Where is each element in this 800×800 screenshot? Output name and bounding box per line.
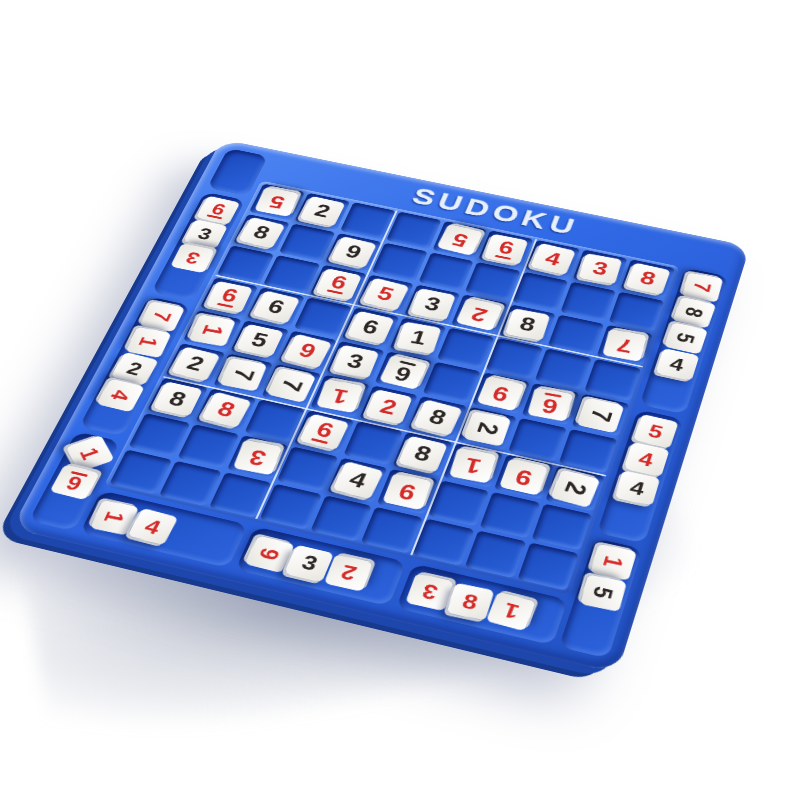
number-tile-6[interactable]: 6 [315,268,362,300]
tile-digit: 7 [277,377,305,393]
number-tile-2[interactable]: 2 [463,411,511,447]
tile-digit: 5 [674,331,698,344]
number-tile-8[interactable]: 8 [413,400,463,437]
tile-digit: 1 [600,554,626,569]
tile-digit: 6 [328,274,349,292]
number-tile-3[interactable]: 3 [331,344,379,378]
tile-digit: 2 [312,202,333,220]
tile-digit: 7 [150,310,174,323]
tile-digit: 2 [474,421,502,437]
tile-digit: 7 [691,281,714,293]
number-tile-2[interactable]: 2 [550,469,601,508]
grid-cell-r2c2[interactable] [279,223,335,261]
tile-digit: 2 [561,480,590,497]
number-tile-8[interactable]: 8 [398,436,448,473]
tile-digit: 1 [329,386,350,406]
number-tile-3[interactable]: 3 [409,288,456,321]
tile-digit: 3 [345,351,366,370]
tile-digit: 4 [142,516,164,536]
tile-digit: 2 [339,562,359,582]
tile-digit: 7 [615,336,634,355]
number-tile-6[interactable]: 6 [298,414,349,451]
tile-digit: 6 [392,363,414,383]
tile-digit: 8 [460,591,480,611]
tile-digit: 8 [426,408,449,429]
number-tile-4[interactable]: 4 [530,243,576,275]
number-tile-5[interactable]: 5 [254,187,299,217]
number-tile-3[interactable]: 3 [578,253,622,284]
tile-digit: 2 [378,397,400,417]
number-tile-8[interactable]: 8 [237,217,285,249]
tile-digit: 5 [267,193,287,210]
tile-digit: 4 [107,388,132,402]
tile-digit: 4 [637,450,656,469]
number-tile-1[interactable]: 1 [188,314,236,347]
number-tile-8[interactable]: 8 [446,582,495,620]
number-tile-6[interactable]: 6 [528,387,574,421]
number-tile-5[interactable]: 5 [361,277,409,311]
number-tile-3[interactable]: 3 [405,573,454,611]
grid-cell-r5c9[interactable]: 7 [572,394,630,437]
grid-cell-r1c9[interactable]: 8 [621,259,675,298]
tile-digit: 5 [374,285,396,304]
grid-cell-r2c8[interactable] [561,282,616,322]
number-tile-3[interactable]: 3 [170,243,215,273]
number-tile-7[interactable]: 7 [266,368,316,403]
grid-cell-r5c8[interactable]: 6 [522,383,580,426]
tile-digit: 1 [77,445,103,461]
tile-digit: 1 [463,455,484,476]
number-tile-6[interactable]: 6 [346,310,394,344]
tile-digit: 6 [497,239,517,257]
tile-digit: 5 [449,231,470,249]
number-tile-7[interactable]: 7 [219,358,268,392]
grid-cell-r8c5[interactable]: 4 [327,458,388,503]
tile-digit: 8 [251,224,273,242]
tile-digit: 4 [543,250,563,268]
number-tile-6[interactable]: 6 [484,234,529,265]
tile-digit: 6 [209,201,228,217]
number-tile-2[interactable]: 2 [170,347,220,382]
tile-digit: 2 [124,360,145,378]
tile-digit: 9 [397,481,419,502]
tile-digit: 6 [219,286,240,305]
number-tile-9[interactable]: 9 [383,473,433,510]
grid-cell-r5c5[interactable]: 6 [374,351,432,393]
number-tile-1[interactable]: 1 [486,591,536,631]
number-tile-4[interactable]: 4 [614,470,660,506]
number-tile-8[interactable]: 8 [505,308,551,341]
tile-digit: 1 [500,600,521,621]
tile-digit: 8 [214,400,238,421]
tile-digit: 7 [587,407,615,423]
number-tile-2[interactable]: 2 [324,554,373,592]
number-tile-6[interactable]: 6 [379,354,428,389]
number-tile-1[interactable]: 1 [316,379,364,413]
tile-digit: 6 [63,474,85,493]
tile-digit: 1 [199,323,226,337]
tile-digit: 6 [360,318,382,337]
tile-digit: 9 [342,243,363,261]
tile-digit: 8 [518,315,538,334]
tile-digit: 6 [265,297,287,316]
number-tile-9[interactable]: 9 [477,376,526,412]
grid-cell-r8c9[interactable] [532,504,592,551]
number-tile-6[interactable]: 6 [205,281,253,313]
tile-digit: 6 [313,420,336,441]
tile-digit: 5 [249,331,271,350]
grid-cell-r1c2[interactable]: 2 [294,193,349,230]
grid-cell-r9c5[interactable] [310,495,372,541]
tile-digit: 9 [491,383,512,403]
grid-cell-r5c3[interactable]: 9 [278,330,337,371]
tile-digit: 9 [257,546,283,562]
tile-digit: 4 [346,469,369,491]
tile-digit: 5 [646,422,665,440]
number-tile-9[interactable]: 9 [329,236,376,268]
tile-digit: 3 [591,260,610,278]
tile-digit: 4 [668,356,686,373]
number-tile-8[interactable]: 8 [152,381,202,416]
number-tile-9[interactable]: 9 [499,459,548,496]
tile-digit: 9 [513,466,535,487]
number-tile-9[interactable]: 9 [282,333,332,368]
number-tile-1[interactable]: 1 [449,448,497,484]
grid-cell-r2c5[interactable] [418,252,474,291]
number-tile-6[interactable]: 6 [49,464,100,500]
tile-digit: 3 [196,226,215,242]
grid-cell-r1c5[interactable]: 5 [432,221,487,259]
tile-digit: 9 [296,341,319,361]
tile-digit: 4 [628,478,646,497]
tile-digit: 7 [229,367,257,382]
number-tile-5[interactable]: 5 [235,323,284,357]
number-tile-1[interactable]: 1 [395,321,441,354]
tile-digit: 1 [102,510,128,525]
tile-digit: 3 [183,250,202,266]
number-tile-2[interactable]: 2 [364,389,413,425]
tile-digit: 5 [590,585,616,600]
tile-digit: 3 [420,581,440,601]
grid-cell-r1c8[interactable]: 3 [573,250,628,289]
number-tile-5[interactable]: 5 [436,224,483,256]
tile-digit: 6 [540,396,560,416]
tile-digit: 8 [638,269,658,287]
tile-digit: 8 [682,306,706,319]
tile-digit: 1 [136,336,160,349]
number-tile-8[interactable]: 8 [625,262,671,295]
number-tile-7[interactable]: 7 [577,397,625,433]
tile-digit: 8 [166,389,189,409]
tile-digit: 2 [469,305,490,324]
number-tile-2[interactable]: 2 [456,297,504,331]
number-tile-8[interactable]: 8 [200,392,251,429]
grid-cell-r9c9[interactable] [517,543,578,591]
number-tile-6[interactable]: 6 [251,290,300,324]
product-photo-scene: SUDOKU 633712416 52564388965328766611593… [0,0,800,800]
tile-digit: 2 [184,354,207,374]
number-tile-4[interactable]: 4 [331,461,383,500]
number-tile-7[interactable]: 7 [602,329,647,362]
number-tile-5[interactable]: 5 [579,574,626,612]
grid-cell-r9c8[interactable] [465,531,526,579]
grid-cell-r8c8[interactable] [480,492,541,538]
grid-cell-r2c9[interactable] [609,292,664,332]
tile-digit: 3 [247,447,269,468]
tile-digit: 8 [412,444,434,465]
number-tile-2[interactable]: 2 [299,196,345,227]
tile-digit: 3 [299,553,320,573]
tile-digit: 3 [422,295,442,314]
number-tile-3[interactable]: 3 [233,440,283,476]
tile-digit: 1 [408,328,428,347]
